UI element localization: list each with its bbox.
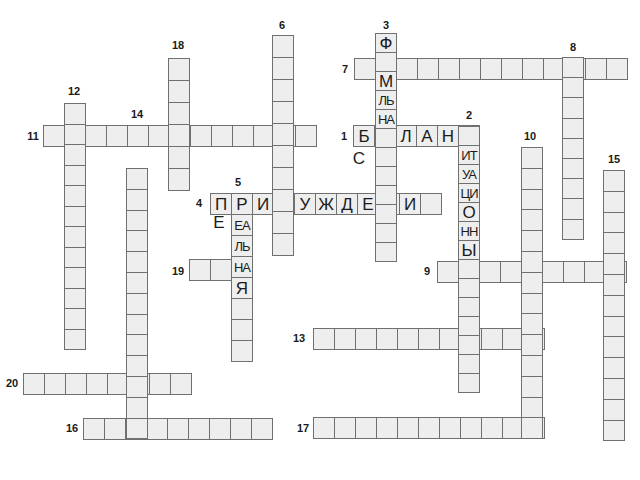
crossword-cell-13a-0[interactable] — [313, 328, 335, 350]
crossword-cell-3d-1[interactable] — [375, 52, 397, 72]
crossword-cell-14d-10[interactable] — [126, 376, 148, 398]
crossword-cell-12d-4[interactable] — [64, 185, 86, 207]
crossword-cell-18d-2[interactable] — [168, 102, 190, 125]
crossword-cell-11a-9[interactable] — [232, 125, 254, 147]
crossword-cell-11a-7[interactable] — [190, 125, 212, 147]
crossword-cell-4a-2[interactable]: И — [252, 193, 274, 215]
crossword-cell-2d-7[interactable] — [458, 259, 480, 279]
crossword-cell-20a-2[interactable] — [65, 373, 87, 395]
clue-number-7: 7 — [342, 64, 348, 75]
crossword-cell-14d-4[interactable] — [126, 251, 148, 273]
crossword-cell-10d-8[interactable] — [521, 313, 543, 335]
crossword-cell-18d-0[interactable] — [168, 58, 190, 81]
crossword-cell-6d-0[interactable] — [272, 35, 294, 58]
crossword-cell-13a-2[interactable] — [355, 328, 377, 350]
crossword-cell-15d-7[interactable] — [603, 316, 625, 338]
crossword-cell-1a-2[interactable]: Л — [395, 125, 417, 147]
crossword-cell-2d-11[interactable] — [458, 335, 480, 355]
crossword-cell-3d-9[interactable] — [375, 204, 397, 224]
crossword-cell-9a-0[interactable] — [437, 261, 459, 283]
crossword-cell-14d-7[interactable] — [126, 314, 148, 336]
crossword-cell-10d-1[interactable] — [521, 168, 543, 190]
crossword-cell-10d-12[interactable] — [521, 397, 543, 419]
crossword-cell-7a-5[interactable] — [459, 58, 481, 80]
crossword-cell-5d-1[interactable]: ЕА — [231, 214, 253, 236]
crossword-cell-11a-0[interactable] — [43, 125, 65, 147]
crossword-cell-15d-8[interactable] — [603, 336, 625, 358]
crossword-cell-8d-0[interactable] — [562, 57, 584, 78]
clue-number-5: 5 — [235, 177, 241, 188]
crossword-cell-12d-5[interactable] — [64, 206, 86, 228]
crossword-cell-4a-5[interactable]: Ж — [315, 193, 337, 215]
clue-number-17: 17 — [297, 423, 309, 434]
crossword-cell-18d-5[interactable] — [168, 168, 190, 191]
clue-number-16: 16 — [66, 423, 78, 434]
crossword-cell-7a-6[interactable] — [480, 58, 502, 80]
crossword-cell-6d-3[interactable] — [272, 101, 294, 124]
crossword-cell-2d-6[interactable]: Ы — [458, 240, 480, 260]
clue-number-15: 15 — [608, 154, 620, 165]
crossword-cell-3d-0[interactable]: Ф — [375, 33, 397, 53]
crossword-cell-15d-12[interactable] — [603, 420, 625, 442]
crossword-cell-3d-8[interactable] — [375, 185, 397, 205]
crossword-cell-16a-0[interactable] — [83, 418, 105, 440]
crossword-cell-1a-4[interactable]: Н — [437, 125, 459, 147]
crossword-cell-11a-5[interactable] — [148, 125, 170, 147]
crossword-cell-20a-0[interactable] — [23, 373, 45, 395]
clue-number-6: 6 — [279, 20, 285, 31]
crossword-cell-8d-6[interactable] — [562, 178, 584, 199]
crossword-cell-16a-7[interactable] — [230, 418, 252, 440]
crossword-cell-10d-4[interactable] — [521, 230, 543, 252]
clue-number-12: 12 — [68, 86, 80, 97]
crossword-cell-6d-7[interactable] — [272, 189, 294, 212]
crossword-cell-17a-3[interactable] — [376, 417, 398, 439]
clue-number-10: 10 — [524, 131, 536, 142]
crossword-cell-10d-3[interactable] — [521, 209, 543, 231]
clue-number-2: 2 — [466, 110, 472, 121]
crossword-cell-17a-2[interactable] — [355, 417, 377, 439]
crossword-cell-12d-9[interactable] — [64, 288, 86, 310]
crossword-cell-11a-8[interactable] — [211, 125, 233, 147]
crossword-cell-5d-2[interactable]: ЛЬ — [231, 235, 253, 257]
crossword-cell-16a-6[interactable] — [209, 418, 231, 440]
crossword-cell-20a-3[interactable] — [86, 373, 108, 395]
crossword-cell-16a-8[interactable] — [251, 418, 273, 440]
crossword-cell-2d-3[interactable]: ЦИ — [458, 183, 480, 203]
crossword-cell-5d-0[interactable]: Р — [231, 193, 253, 215]
crossword-cell-19a-0[interactable] — [189, 259, 211, 281]
crossword-cell-2d-4[interactable]: О — [458, 202, 480, 222]
crossword-cell-18d-4[interactable] — [168, 146, 190, 169]
crossword-cell-2d-2[interactable]: УА — [458, 164, 480, 184]
crossword-cell-8d-2[interactable] — [562, 97, 584, 118]
crossword-slide: БЯЛАН1ПРИНУЖДЕИ4ОР7Й9111316171920ИТУАЦИО… — [0, 0, 640, 480]
crossword-cell-12d-11[interactable] — [64, 329, 86, 351]
crossword-cell-2d-8[interactable] — [458, 278, 480, 298]
crossword-cell-6d-1[interactable] — [272, 57, 294, 80]
crossword-cell-2d-1[interactable]: ИТ — [458, 145, 480, 165]
crossword-cell-10d-0[interactable] — [521, 147, 543, 169]
clue-number-1: 1 — [341, 131, 347, 142]
crossword-cell-3d-3[interactable]: ЛЬ — [375, 90, 397, 110]
crossword-cell-6d-8[interactable] — [272, 211, 294, 234]
crossword-cell-14d-11[interactable] — [126, 397, 148, 419]
crossword-cell-8d-1[interactable] — [562, 77, 584, 98]
crossword-cell-5d-5[interactable] — [231, 298, 253, 320]
crossword-cell-11a-4[interactable] — [127, 125, 149, 147]
crossword-cell-11a-3[interactable] — [106, 125, 128, 147]
crossword-cell-8d-7[interactable] — [562, 198, 584, 219]
crossword-cell-10d-2[interactable] — [521, 189, 543, 211]
crossword-cell-14d-0[interactable] — [126, 168, 148, 190]
crossword-cell-11a-2[interactable] — [85, 125, 107, 147]
crossword-cell-14d-12[interactable] — [126, 418, 148, 440]
crossword-cell-5d-3[interactable]: НА — [231, 256, 253, 278]
crossword-cell-20a-1[interactable] — [44, 373, 66, 395]
crossword-cell-2d-12[interactable] — [458, 354, 480, 374]
crossword-cell-6d-5[interactable] — [272, 145, 294, 168]
crossword-cell-20a-6[interactable] — [149, 373, 171, 395]
crossword-cell-17a-4[interactable] — [397, 417, 419, 439]
crossword-cell-5d-7[interactable] — [231, 340, 253, 362]
crossword-cell-9a-6[interactable] — [563, 261, 585, 283]
crossword-cell-15d-1[interactable] — [603, 191, 625, 213]
crossword-cell-15d-5[interactable] — [603, 274, 625, 296]
crossword-cell-10d-9[interactable] — [521, 334, 543, 356]
crossword-cell-10d-10[interactable] — [521, 355, 543, 377]
crossword-cell-15d-11[interactable] — [603, 399, 625, 421]
crossword-cell-12d-3[interactable] — [64, 165, 86, 187]
crossword-cell-3d-10[interactable] — [375, 223, 397, 243]
crossword-cell-8d-4[interactable] — [562, 138, 584, 159]
crossword-cell-15d-10[interactable] — [603, 378, 625, 400]
crossword-cell-3d-4[interactable]: НА — [375, 109, 397, 129]
crossword-cell-14d-5[interactable] — [126, 272, 148, 294]
crossword-cell-10d-7[interactable] — [521, 293, 543, 315]
crossword-cell-3d-7[interactable] — [375, 166, 397, 186]
clue-number-18: 18 — [172, 40, 184, 51]
crossword-cell-10d-13[interactable] — [521, 417, 543, 439]
crossword-cell-7a-12[interactable] — [606, 58, 628, 80]
crossword-cell-7a-2[interactable] — [396, 58, 418, 80]
crossword-cell-17a-7[interactable] — [460, 417, 482, 439]
crossword-cell-2d-9[interactable] — [458, 297, 480, 317]
crossword-cell-8d-3[interactable] — [562, 118, 584, 139]
crossword-cell-6d-4[interactable] — [272, 123, 294, 146]
crossword-cell-4a-4[interactable]: У — [294, 193, 316, 215]
crossword-cell-16a-1[interactable] — [104, 418, 126, 440]
crossword-cell-12d-6[interactable] — [64, 226, 86, 248]
crossword-cell-7a-0[interactable] — [354, 58, 376, 80]
crossword-cell-11a-12[interactable] — [295, 125, 317, 147]
crossword-cell-12d-2[interactable] — [64, 144, 86, 166]
crossword-cell-5d-6[interactable] — [231, 319, 253, 341]
crossword-cell-17a-0[interactable] — [313, 417, 335, 439]
crossword-cell-16a-5[interactable] — [188, 418, 210, 440]
crossword-cell-15d-6[interactable] — [603, 295, 625, 317]
crossword-cell-9a-3[interactable] — [500, 261, 522, 283]
crossword-cell-10d-11[interactable] — [521, 376, 543, 398]
crossword-cell-2d-10[interactable] — [458, 316, 480, 336]
clue-number-14: 14 — [131, 109, 143, 120]
crossword-cell-9a-5[interactable] — [542, 261, 564, 283]
crossword-cell-17a-5[interactable] — [418, 417, 440, 439]
crossword-cell-9a-2[interactable] — [479, 261, 501, 283]
clue-number-8: 8 — [570, 42, 576, 53]
crossword-cell-7a-7[interactable] — [501, 58, 523, 80]
crossword-cell-4a-6[interactable]: Д — [336, 193, 358, 215]
crossword-cell-14d-1[interactable] — [126, 189, 148, 211]
crossword-cell-12d-1[interactable] — [64, 124, 86, 146]
crossword-cell-13a-3[interactable] — [376, 328, 398, 350]
clue-number-4: 4 — [196, 198, 202, 209]
crossword-cell-2d-0[interactable] — [458, 126, 480, 146]
stray-letter-Е-1: Е — [213, 214, 224, 231]
crossword-cell-15d-2[interactable] — [603, 212, 625, 234]
crossword-cell-6d-9[interactable] — [272, 233, 294, 256]
crossword-cell-14d-2[interactable] — [126, 210, 148, 232]
clue-number-9: 9 — [424, 266, 430, 277]
crossword-cell-13a-4[interactable] — [397, 328, 419, 350]
crossword-cell-12d-10[interactable] — [64, 308, 86, 330]
crossword-cell-3d-6[interactable] — [375, 147, 397, 167]
crossword-cell-6d-2[interactable] — [272, 79, 294, 102]
crossword-cell-3d-5[interactable] — [375, 128, 397, 148]
crossword-cell-14d-3[interactable] — [126, 230, 148, 252]
crossword-cell-20a-7[interactable] — [170, 373, 192, 395]
crossword-cell-14d-6[interactable] — [126, 293, 148, 315]
crossword-cell-7a-11[interactable] — [585, 58, 607, 80]
crossword-cell-1a-3[interactable]: А — [416, 125, 438, 147]
crossword-cell-4a-10[interactable] — [420, 193, 442, 215]
crossword-cell-18d-3[interactable] — [168, 124, 190, 147]
crossword-cell-13a-5[interactable] — [418, 328, 440, 350]
crossword-cell-6d-6[interactable] — [272, 167, 294, 190]
crossword-cell-18d-1[interactable] — [168, 80, 190, 103]
crossword-cell-12d-0[interactable] — [64, 103, 86, 125]
crossword-cell-3d-11[interactable] — [375, 242, 397, 262]
crossword-cell-10d-6[interactable] — [521, 272, 543, 294]
crossword-cell-12d-7[interactable] — [64, 247, 86, 269]
crossword-cell-15d-3[interactable] — [603, 232, 625, 254]
crossword-cell-3d-2[interactable]: М — [375, 71, 397, 91]
crossword-cell-17a-6[interactable] — [439, 417, 461, 439]
crossword-cell-7a-4[interactable] — [438, 58, 460, 80]
clue-number-20: 20 — [6, 378, 18, 389]
crossword-cell-19a-1[interactable] — [210, 259, 232, 281]
crossword-cell-7a-8[interactable] — [522, 58, 544, 80]
crossword-cell-13a-1[interactable] — [334, 328, 356, 350]
clue-number-19: 19 — [172, 266, 184, 277]
clue-number-11: 11 — [27, 131, 39, 142]
crossword-cell-7a-3[interactable] — [417, 58, 439, 80]
crossword-cell-12d-8[interactable] — [64, 267, 86, 289]
crossword-cell-13a-8[interactable] — [481, 328, 503, 350]
crossword-cell-17a-8[interactable] — [481, 417, 503, 439]
crossword-cell-16a-4[interactable] — [167, 418, 189, 440]
crossword-cell-8d-8[interactable] — [562, 219, 584, 240]
clue-number-3: 3 — [383, 20, 389, 31]
crossword-cell-15d-0[interactable] — [603, 170, 625, 192]
crossword-cell-16a-3[interactable] — [146, 418, 168, 440]
crossword-cell-17a-1[interactable] — [334, 417, 356, 439]
crossword-cell-1a-0[interactable]: Б — [353, 125, 375, 147]
crossword-cell-15d-9[interactable] — [603, 357, 625, 379]
clue-number-13: 13 — [293, 333, 305, 344]
stray-letter-С-0: С — [353, 150, 365, 167]
crossword-cell-10d-5[interactable] — [521, 251, 543, 273]
crossword-cell-8d-5[interactable] — [562, 158, 584, 179]
crossword-cell-5d-4[interactable]: Я — [231, 277, 253, 299]
crossword-cell-4a-9[interactable]: И — [399, 193, 421, 215]
crossword-cell-2d-5[interactable]: НН — [458, 221, 480, 241]
crossword-cell-14d-9[interactable] — [126, 355, 148, 377]
crossword-cell-2d-13[interactable] — [458, 373, 480, 393]
crossword-cell-15d-4[interactable] — [603, 253, 625, 275]
crossword-cell-14d-8[interactable] — [126, 334, 148, 356]
